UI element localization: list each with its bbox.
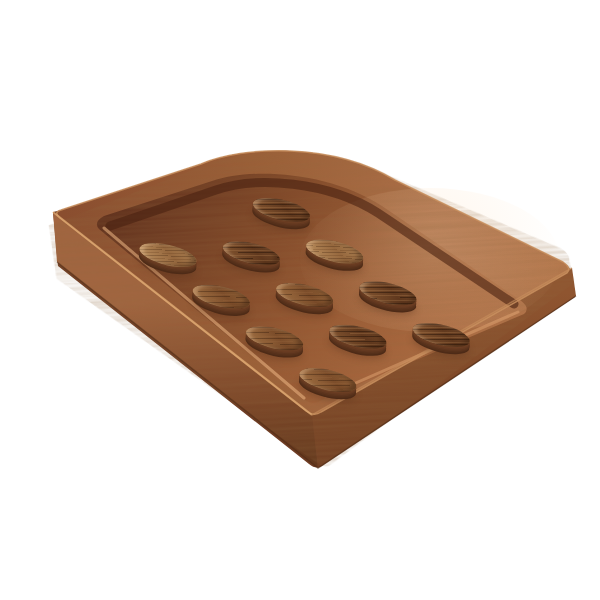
product-photo-scene — [0, 0, 600, 600]
wooden-disc[interactable] — [212, 241, 291, 266]
wooden-disc[interactable] — [129, 243, 208, 268]
wooden-disc[interactable] — [182, 284, 261, 309]
wooden-disc[interactable] — [348, 281, 427, 306]
wooden-disc[interactable] — [402, 322, 481, 347]
wooden-disc[interactable] — [295, 239, 374, 264]
wooden-disc[interactable] — [318, 324, 397, 349]
wooden-disc[interactable] — [235, 326, 314, 351]
wooden-disc[interactable] — [265, 282, 344, 307]
wooden-disc[interactable] — [288, 368, 367, 393]
wooden-disc[interactable] — [242, 197, 321, 222]
